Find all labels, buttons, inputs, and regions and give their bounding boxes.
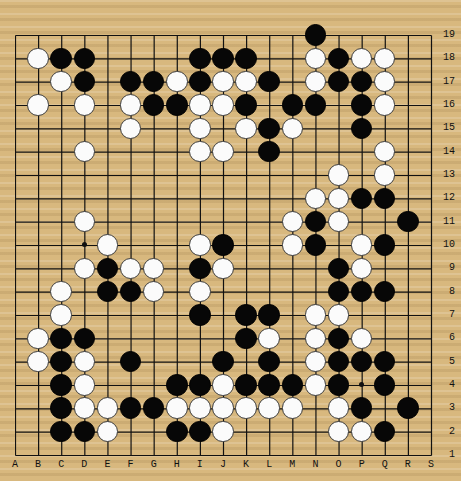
intersection-C19[interactable] — [50, 23, 73, 46]
intersection-A4[interactable] — [3, 373, 26, 396]
intersection-G10[interactable] — [142, 233, 165, 256]
intersection-A13[interactable] — [3, 163, 26, 186]
intersection-L18[interactable] — [258, 47, 281, 70]
intersection-J8[interactable] — [211, 280, 234, 303]
intersection-S7[interactable] — [419, 303, 442, 326]
intersection-B5[interactable] — [27, 350, 50, 373]
intersection-N7[interactable] — [304, 303, 327, 326]
intersection-R5[interactable] — [396, 350, 419, 373]
intersection-E9[interactable] — [96, 257, 119, 280]
intersection-E12[interactable] — [96, 187, 119, 210]
intersection-M10[interactable] — [281, 233, 304, 256]
intersection-F7[interactable] — [119, 303, 142, 326]
intersection-L5[interactable] — [258, 350, 281, 373]
intersection-K18[interactable] — [235, 47, 258, 70]
intersection-F17[interactable] — [119, 70, 142, 93]
intersection-O10[interactable] — [327, 233, 350, 256]
intersection-B12[interactable] — [27, 187, 50, 210]
intersection-C17[interactable] — [50, 70, 73, 93]
intersection-N19[interactable] — [304, 23, 327, 46]
intersection-H18[interactable] — [165, 47, 188, 70]
intersection-S16[interactable] — [419, 93, 442, 116]
intersection-F2[interactable] — [119, 420, 142, 443]
intersection-F5[interactable] — [119, 350, 142, 373]
intersection-K15[interactable] — [235, 117, 258, 140]
intersection-M11[interactable] — [281, 210, 304, 233]
intersection-R19[interactable] — [396, 23, 419, 46]
intersection-Q11[interactable] — [373, 210, 396, 233]
intersection-B16[interactable] — [27, 93, 50, 116]
intersection-G11[interactable] — [142, 210, 165, 233]
intersection-D5[interactable] — [73, 350, 96, 373]
intersection-P9[interactable] — [350, 257, 373, 280]
intersection-A7[interactable] — [3, 303, 26, 326]
intersection-I8[interactable] — [188, 280, 211, 303]
intersection-E11[interactable] — [96, 210, 119, 233]
intersection-E6[interactable] — [96, 327, 119, 350]
intersection-K13[interactable] — [235, 163, 258, 186]
intersection-G12[interactable] — [142, 187, 165, 210]
intersection-I16[interactable] — [188, 93, 211, 116]
intersection-S17[interactable] — [419, 70, 442, 93]
intersection-P16[interactable] — [350, 93, 373, 116]
intersection-K19[interactable] — [235, 23, 258, 46]
intersection-E13[interactable] — [96, 163, 119, 186]
intersection-G8[interactable] — [142, 280, 165, 303]
intersection-K4[interactable] — [235, 373, 258, 396]
intersection-I7[interactable] — [188, 303, 211, 326]
intersection-H7[interactable] — [165, 303, 188, 326]
intersection-C2[interactable] — [50, 420, 73, 443]
intersection-A11[interactable] — [3, 210, 26, 233]
intersection-I6[interactable] — [188, 327, 211, 350]
intersection-K2[interactable] — [235, 420, 258, 443]
intersection-Q17[interactable] — [373, 70, 396, 93]
intersection-N17[interactable] — [304, 70, 327, 93]
intersection-M3[interactable] — [281, 397, 304, 420]
intersection-O13[interactable] — [327, 163, 350, 186]
intersection-G6[interactable] — [142, 327, 165, 350]
intersection-I4[interactable] — [188, 373, 211, 396]
intersection-D10[interactable] — [73, 233, 96, 256]
intersection-D16[interactable] — [73, 93, 96, 116]
intersection-R8[interactable] — [396, 280, 419, 303]
intersection-O19[interactable] — [327, 23, 350, 46]
intersection-C9[interactable] — [50, 257, 73, 280]
intersection-F9[interactable] — [119, 257, 142, 280]
intersection-S14[interactable] — [419, 140, 442, 163]
intersection-E14[interactable] — [96, 140, 119, 163]
intersection-S6[interactable] — [419, 327, 442, 350]
intersection-A6[interactable] — [3, 327, 26, 350]
intersection-J16[interactable] — [211, 93, 234, 116]
intersection-F6[interactable] — [119, 327, 142, 350]
intersection-D15[interactable] — [73, 117, 96, 140]
intersection-C14[interactable] — [50, 140, 73, 163]
intersection-S5[interactable] — [419, 350, 442, 373]
intersection-H6[interactable] — [165, 327, 188, 350]
intersection-N18[interactable] — [304, 47, 327, 70]
intersection-K10[interactable] — [235, 233, 258, 256]
intersection-G2[interactable] — [142, 420, 165, 443]
intersection-E2[interactable] — [96, 420, 119, 443]
intersection-K6[interactable] — [235, 327, 258, 350]
intersection-I2[interactable] — [188, 420, 211, 443]
intersection-C8[interactable] — [50, 280, 73, 303]
intersection-N10[interactable] — [304, 233, 327, 256]
intersection-S19[interactable] — [419, 23, 442, 46]
intersection-O4[interactable] — [327, 373, 350, 396]
intersection-O11[interactable] — [327, 210, 350, 233]
intersection-B3[interactable] — [27, 397, 50, 420]
intersection-L10[interactable] — [258, 233, 281, 256]
intersection-O6[interactable] — [327, 327, 350, 350]
intersection-R11[interactable] — [396, 210, 419, 233]
intersection-B9[interactable] — [27, 257, 50, 280]
intersection-J12[interactable] — [211, 187, 234, 210]
intersection-M15[interactable] — [281, 117, 304, 140]
intersection-F15[interactable] — [119, 117, 142, 140]
go-board[interactable] — [3, 23, 442, 466]
intersection-C5[interactable] — [50, 350, 73, 373]
intersection-C11[interactable] — [50, 210, 73, 233]
intersection-Q4[interactable] — [373, 373, 396, 396]
intersection-M18[interactable] — [281, 47, 304, 70]
intersection-N4[interactable] — [304, 373, 327, 396]
intersection-N14[interactable] — [304, 140, 327, 163]
intersection-C15[interactable] — [50, 117, 73, 140]
intersection-A9[interactable] — [3, 257, 26, 280]
intersection-E3[interactable] — [96, 397, 119, 420]
intersection-E8[interactable] — [96, 280, 119, 303]
intersection-J10[interactable] — [211, 233, 234, 256]
intersection-R7[interactable] — [396, 303, 419, 326]
intersection-F10[interactable] — [119, 233, 142, 256]
intersection-R14[interactable] — [396, 140, 419, 163]
intersection-R3[interactable] — [396, 397, 419, 420]
intersection-A5[interactable] — [3, 350, 26, 373]
intersection-Q18[interactable] — [373, 47, 396, 70]
intersection-B14[interactable] — [27, 140, 50, 163]
intersection-S8[interactable] — [419, 280, 442, 303]
intersection-P7[interactable] — [350, 303, 373, 326]
intersection-L9[interactable] — [258, 257, 281, 280]
intersection-Q9[interactable] — [373, 257, 396, 280]
intersection-N5[interactable] — [304, 350, 327, 373]
intersection-H19[interactable] — [165, 23, 188, 46]
intersection-N12[interactable] — [304, 187, 327, 210]
intersection-G17[interactable] — [142, 70, 165, 93]
intersection-B13[interactable] — [27, 163, 50, 186]
intersection-M9[interactable] — [281, 257, 304, 280]
intersection-D3[interactable] — [73, 397, 96, 420]
intersection-I10[interactable] — [188, 233, 211, 256]
intersection-M13[interactable] — [281, 163, 304, 186]
intersection-P3[interactable] — [350, 397, 373, 420]
intersection-H9[interactable] — [165, 257, 188, 280]
intersection-C16[interactable] — [50, 93, 73, 116]
intersection-L11[interactable] — [258, 210, 281, 233]
intersection-P14[interactable] — [350, 140, 373, 163]
intersection-E15[interactable] — [96, 117, 119, 140]
intersection-R17[interactable] — [396, 70, 419, 93]
intersection-H2[interactable] — [165, 420, 188, 443]
intersection-A10[interactable] — [3, 233, 26, 256]
intersection-S15[interactable] — [419, 117, 442, 140]
intersection-R16[interactable] — [396, 93, 419, 116]
intersection-C18[interactable] — [50, 47, 73, 70]
intersection-E5[interactable] — [96, 350, 119, 373]
intersection-G9[interactable] — [142, 257, 165, 280]
intersection-S2[interactable] — [419, 420, 442, 443]
intersection-P13[interactable] — [350, 163, 373, 186]
intersection-Q8[interactable] — [373, 280, 396, 303]
intersection-B18[interactable] — [27, 47, 50, 70]
intersection-O8[interactable] — [327, 280, 350, 303]
intersection-D2[interactable] — [73, 420, 96, 443]
intersection-C10[interactable] — [50, 233, 73, 256]
intersection-H12[interactable] — [165, 187, 188, 210]
intersection-I19[interactable] — [188, 23, 211, 46]
intersection-D14[interactable] — [73, 140, 96, 163]
intersection-I11[interactable] — [188, 210, 211, 233]
intersection-D12[interactable] — [73, 187, 96, 210]
intersection-O2[interactable] — [327, 420, 350, 443]
intersection-E10[interactable] — [96, 233, 119, 256]
intersection-S4[interactable] — [419, 373, 442, 396]
intersection-E19[interactable] — [96, 23, 119, 46]
intersection-E18[interactable] — [96, 47, 119, 70]
intersection-Q12[interactable] — [373, 187, 396, 210]
intersection-Q5[interactable] — [373, 350, 396, 373]
intersection-C7[interactable] — [50, 303, 73, 326]
intersection-L15[interactable] — [258, 117, 281, 140]
intersection-B19[interactable] — [27, 23, 50, 46]
intersection-G18[interactable] — [142, 47, 165, 70]
intersection-F18[interactable] — [119, 47, 142, 70]
intersection-Q6[interactable] — [373, 327, 396, 350]
intersection-N13[interactable] — [304, 163, 327, 186]
intersection-G15[interactable] — [142, 117, 165, 140]
intersection-O15[interactable] — [327, 117, 350, 140]
intersection-H4[interactable] — [165, 373, 188, 396]
intersection-B4[interactable] — [27, 373, 50, 396]
intersection-S12[interactable] — [419, 187, 442, 210]
intersection-N6[interactable] — [304, 327, 327, 350]
intersection-L8[interactable] — [258, 280, 281, 303]
intersection-G4[interactable] — [142, 373, 165, 396]
intersection-C13[interactable] — [50, 163, 73, 186]
intersection-P11[interactable] — [350, 210, 373, 233]
intersection-I5[interactable] — [188, 350, 211, 373]
intersection-H10[interactable] — [165, 233, 188, 256]
intersection-A8[interactable] — [3, 280, 26, 303]
intersection-N11[interactable] — [304, 210, 327, 233]
intersection-Q19[interactable] — [373, 23, 396, 46]
intersection-A17[interactable] — [3, 70, 26, 93]
intersection-L3[interactable] — [258, 397, 281, 420]
intersection-K5[interactable] — [235, 350, 258, 373]
intersection-B15[interactable] — [27, 117, 50, 140]
intersection-K8[interactable] — [235, 280, 258, 303]
intersection-B17[interactable] — [27, 70, 50, 93]
intersection-O7[interactable] — [327, 303, 350, 326]
intersection-P15[interactable] — [350, 117, 373, 140]
intersection-J18[interactable] — [211, 47, 234, 70]
intersection-M5[interactable] — [281, 350, 304, 373]
intersection-S13[interactable] — [419, 163, 442, 186]
intersection-N15[interactable] — [304, 117, 327, 140]
intersection-H17[interactable] — [165, 70, 188, 93]
intersection-N2[interactable] — [304, 420, 327, 443]
intersection-N9[interactable] — [304, 257, 327, 280]
intersection-D17[interactable] — [73, 70, 96, 93]
intersection-Q7[interactable] — [373, 303, 396, 326]
intersection-L6[interactable] — [258, 327, 281, 350]
intersection-B11[interactable] — [27, 210, 50, 233]
intersection-M2[interactable] — [281, 420, 304, 443]
intersection-H14[interactable] — [165, 140, 188, 163]
intersection-I18[interactable] — [188, 47, 211, 70]
intersection-P12[interactable] — [350, 187, 373, 210]
intersection-J4[interactable] — [211, 373, 234, 396]
intersection-J13[interactable] — [211, 163, 234, 186]
intersection-F14[interactable] — [119, 140, 142, 163]
intersection-J5[interactable] — [211, 350, 234, 373]
intersection-D7[interactable] — [73, 303, 96, 326]
intersection-J2[interactable] — [211, 420, 234, 443]
intersection-R6[interactable] — [396, 327, 419, 350]
intersection-J3[interactable] — [211, 397, 234, 420]
intersection-E7[interactable] — [96, 303, 119, 326]
intersection-J14[interactable] — [211, 140, 234, 163]
intersection-H5[interactable] — [165, 350, 188, 373]
intersection-H8[interactable] — [165, 280, 188, 303]
intersection-E17[interactable] — [96, 70, 119, 93]
intersection-F19[interactable] — [119, 23, 142, 46]
intersection-Q3[interactable] — [373, 397, 396, 420]
intersection-P17[interactable] — [350, 70, 373, 93]
intersection-J15[interactable] — [211, 117, 234, 140]
intersection-D6[interactable] — [73, 327, 96, 350]
intersection-K17[interactable] — [235, 70, 258, 93]
intersection-P18[interactable] — [350, 47, 373, 70]
intersection-K14[interactable] — [235, 140, 258, 163]
intersection-P6[interactable] — [350, 327, 373, 350]
intersection-A16[interactable] — [3, 93, 26, 116]
intersection-B2[interactable] — [27, 420, 50, 443]
intersection-G3[interactable] — [142, 397, 165, 420]
intersection-K9[interactable] — [235, 257, 258, 280]
intersection-O5[interactable] — [327, 350, 350, 373]
intersection-L13[interactable] — [258, 163, 281, 186]
intersection-L19[interactable] — [258, 23, 281, 46]
intersection-J7[interactable] — [211, 303, 234, 326]
intersection-G16[interactable] — [142, 93, 165, 116]
intersection-L16[interactable] — [258, 93, 281, 116]
intersection-O16[interactable] — [327, 93, 350, 116]
intersection-O14[interactable] — [327, 140, 350, 163]
intersection-D13[interactable] — [73, 163, 96, 186]
intersection-J19[interactable] — [211, 23, 234, 46]
intersection-M16[interactable] — [281, 93, 304, 116]
intersection-C12[interactable] — [50, 187, 73, 210]
intersection-S11[interactable] — [419, 210, 442, 233]
intersection-F16[interactable] — [119, 93, 142, 116]
intersection-G19[interactable] — [142, 23, 165, 46]
intersection-R9[interactable] — [396, 257, 419, 280]
intersection-M14[interactable] — [281, 140, 304, 163]
intersection-F12[interactable] — [119, 187, 142, 210]
intersection-B8[interactable] — [27, 280, 50, 303]
intersection-S9[interactable] — [419, 257, 442, 280]
intersection-A14[interactable] — [3, 140, 26, 163]
intersection-P19[interactable] — [350, 23, 373, 46]
intersection-I15[interactable] — [188, 117, 211, 140]
intersection-N3[interactable] — [304, 397, 327, 420]
intersection-I17[interactable] — [188, 70, 211, 93]
intersection-G7[interactable] — [142, 303, 165, 326]
intersection-A18[interactable] — [3, 47, 26, 70]
intersection-O17[interactable] — [327, 70, 350, 93]
intersection-Q15[interactable] — [373, 117, 396, 140]
intersection-I9[interactable] — [188, 257, 211, 280]
intersection-G5[interactable] — [142, 350, 165, 373]
intersection-Q2[interactable] — [373, 420, 396, 443]
intersection-F11[interactable] — [119, 210, 142, 233]
intersection-C4[interactable] — [50, 373, 73, 396]
intersection-O18[interactable] — [327, 47, 350, 70]
intersection-L12[interactable] — [258, 187, 281, 210]
intersection-F4[interactable] — [119, 373, 142, 396]
intersection-J6[interactable] — [211, 327, 234, 350]
intersection-Q14[interactable] — [373, 140, 396, 163]
intersection-F13[interactable] — [119, 163, 142, 186]
intersection-D8[interactable] — [73, 280, 96, 303]
intersection-N8[interactable] — [304, 280, 327, 303]
intersection-P10[interactable] — [350, 233, 373, 256]
intersection-O3[interactable] — [327, 397, 350, 420]
intersection-J11[interactable] — [211, 210, 234, 233]
intersection-L7[interactable] — [258, 303, 281, 326]
intersection-I13[interactable] — [188, 163, 211, 186]
intersection-P4[interactable] — [350, 373, 373, 396]
intersection-N16[interactable] — [304, 93, 327, 116]
intersection-D4[interactable] — [73, 373, 96, 396]
intersection-Q10[interactable] — [373, 233, 396, 256]
intersection-F3[interactable] — [119, 397, 142, 420]
intersection-Q16[interactable] — [373, 93, 396, 116]
intersection-H3[interactable] — [165, 397, 188, 420]
intersection-M6[interactable] — [281, 327, 304, 350]
intersection-A12[interactable] — [3, 187, 26, 210]
intersection-G13[interactable] — [142, 163, 165, 186]
intersection-J17[interactable] — [211, 70, 234, 93]
intersection-R13[interactable] — [396, 163, 419, 186]
intersection-I12[interactable] — [188, 187, 211, 210]
intersection-D18[interactable] — [73, 47, 96, 70]
intersection-A15[interactable] — [3, 117, 26, 140]
intersection-O9[interactable] — [327, 257, 350, 280]
intersection-R18[interactable] — [396, 47, 419, 70]
intersection-M12[interactable] — [281, 187, 304, 210]
intersection-K16[interactable] — [235, 93, 258, 116]
intersection-H15[interactable] — [165, 117, 188, 140]
intersection-K3[interactable] — [235, 397, 258, 420]
intersection-D9[interactable] — [73, 257, 96, 280]
intersection-O12[interactable] — [327, 187, 350, 210]
intersection-I3[interactable] — [188, 397, 211, 420]
